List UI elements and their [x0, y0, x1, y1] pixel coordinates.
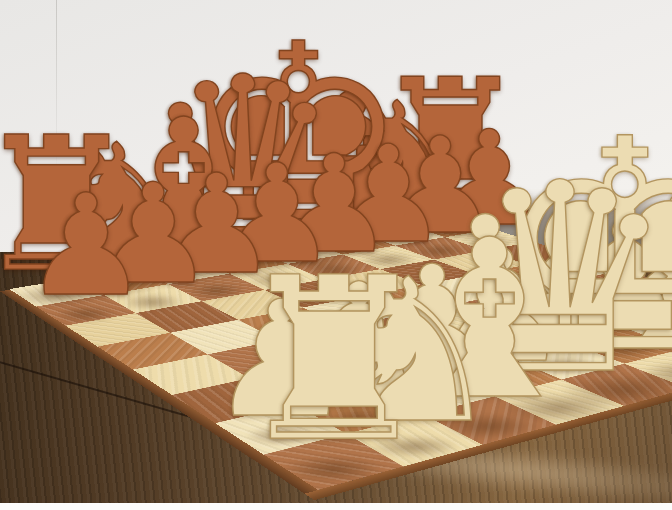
wall-seam: [56, 0, 57, 180]
photo-bottom-margin: [0, 503, 672, 510]
chess-photo-scene: ♜♞♝♛♚♝♞♜♟♟♟♟♟♟♟♟♟♟♟♟♟♟♟♟♜♞♝♛♚♝♞♜: [0, 0, 672, 510]
